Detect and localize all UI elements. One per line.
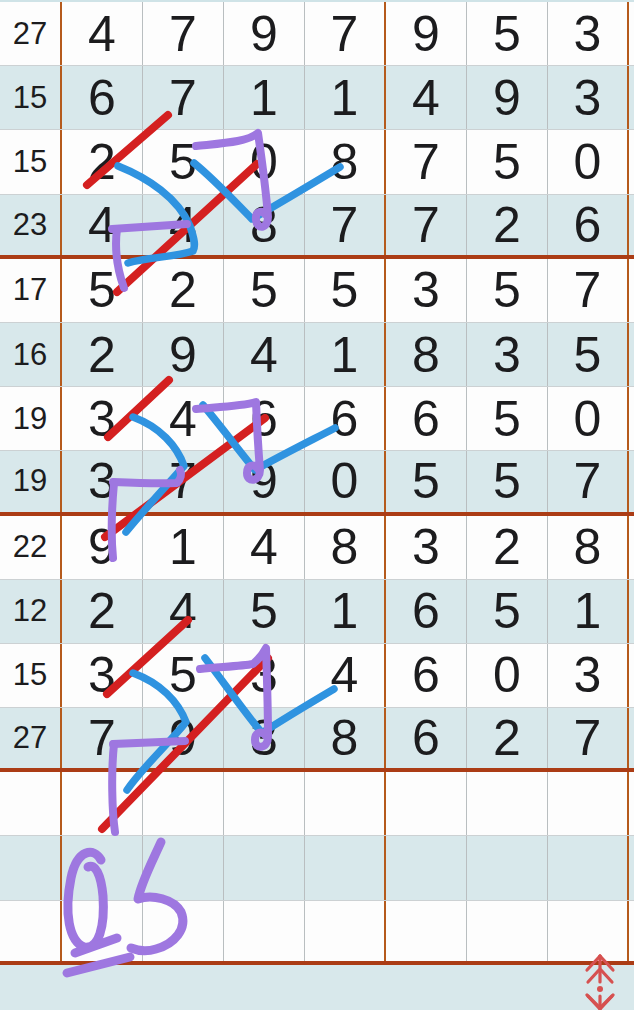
digit-cell: 5 (143, 644, 224, 707)
digit-cell: 2 (62, 130, 143, 193)
digit-cell: 7 (143, 66, 224, 129)
digit-cell: 2 (62, 580, 143, 643)
digit-cell: 2 (143, 259, 224, 322)
digit-cell: 3 (62, 644, 143, 707)
digit-cell: 2 (467, 195, 548, 255)
sum-cell (0, 836, 62, 899)
draw-row: 153534603 (0, 644, 634, 708)
digit-cell: 3 (224, 708, 305, 768)
digit-cell: 7 (548, 451, 629, 511)
digit-cell (467, 772, 548, 835)
digit-cell: 8 (305, 516, 386, 579)
digit-cell: 5 (548, 323, 629, 386)
digit-cell: 0 (224, 130, 305, 193)
digit-cell: 5 (467, 259, 548, 322)
digit-cell: 7 (386, 130, 467, 193)
row-filler (629, 580, 634, 643)
digit-cell: 5 (143, 130, 224, 193)
empty-row (0, 836, 634, 900)
digit-cell: 6 (62, 66, 143, 129)
digit-cell: 5 (305, 259, 386, 322)
draw-row: 274797953 (0, 2, 634, 66)
digit-cell: 9 (386, 2, 467, 65)
digit-cell (305, 901, 386, 961)
digit-cell: 4 (143, 580, 224, 643)
digit-cell (143, 836, 224, 899)
digit-cell: 0 (467, 644, 548, 707)
draw-row: 193466650 (0, 387, 634, 451)
digit-cell: 6 (224, 387, 305, 450)
sum-cell (0, 901, 62, 961)
sum-cell: 19 (0, 451, 62, 511)
digit-cell: 0 (548, 130, 629, 193)
digit-cell: 4 (386, 66, 467, 129)
empty-row (0, 901, 634, 965)
digit-cell: 8 (548, 516, 629, 579)
digit-cell: 3 (548, 66, 629, 129)
digit-cell: 4 (224, 323, 305, 386)
row-filler (629, 901, 634, 961)
draw-row: 175255357 (0, 259, 634, 323)
row-filler (629, 259, 634, 322)
digit-cell: 7 (62, 708, 143, 768)
digit-cell: 4 (224, 516, 305, 579)
digit-cell: 3 (467, 323, 548, 386)
digit-cell (467, 836, 548, 899)
sum-cell: 19 (0, 387, 62, 450)
digit-cell: 5 (386, 451, 467, 511)
digit-cell (224, 901, 305, 961)
digit-cell: 1 (305, 66, 386, 129)
digit-cell (548, 772, 629, 835)
digit-cell: 2 (467, 516, 548, 579)
row-filler (629, 2, 634, 65)
digit-cell: 8 (386, 323, 467, 386)
digit-cell: 7 (143, 451, 224, 511)
digit-cell: 6 (305, 387, 386, 450)
draw-row: 152508750 (0, 130, 634, 194)
digit-cell: 7 (548, 708, 629, 768)
digit-cell (224, 836, 305, 899)
digit-cell: 4 (62, 195, 143, 255)
digit-cell: 8 (224, 195, 305, 255)
digit-cell (62, 901, 143, 961)
digit-cell: 0 (305, 451, 386, 511)
digit-cell (386, 901, 467, 961)
digit-cell: 4 (143, 195, 224, 255)
digit-cell (62, 772, 143, 835)
digit-cell: 2 (467, 708, 548, 768)
row-filler (629, 708, 634, 768)
digit-cell (224, 772, 305, 835)
digit-cell: 5 (467, 387, 548, 450)
digit-cell: 7 (305, 195, 386, 255)
digit-cell: 3 (224, 644, 305, 707)
digit-cell: 1 (548, 580, 629, 643)
digit-cell: 3 (386, 516, 467, 579)
digit-cell: 9 (467, 66, 548, 129)
row-filler (629, 323, 634, 386)
digit-cell: 4 (62, 2, 143, 65)
sum-cell: 15 (0, 66, 62, 129)
digit-cell: 3 (386, 259, 467, 322)
digit-cell: 8 (305, 708, 386, 768)
digit-cell: 5 (224, 580, 305, 643)
bottom-band (0, 965, 634, 1010)
digit-cell: 6 (548, 195, 629, 255)
digit-cell (305, 836, 386, 899)
sum-cell: 15 (0, 644, 62, 707)
digit-cell: 5 (467, 451, 548, 511)
digit-cell: 9 (143, 708, 224, 768)
row-filler (629, 516, 634, 579)
digit-cell: 2 (62, 323, 143, 386)
sum-cell: 27 (0, 708, 62, 768)
digit-cell (143, 901, 224, 961)
digit-cell: 8 (305, 130, 386, 193)
draw-row: 229148328 (0, 516, 634, 580)
sum-cell: 12 (0, 580, 62, 643)
digit-cell: 6 (386, 708, 467, 768)
row-filler (629, 451, 634, 511)
digit-cell: 5 (224, 259, 305, 322)
sum-cell: 17 (0, 259, 62, 322)
digit-cell: 3 (62, 451, 143, 511)
digit-cell: 3 (62, 387, 143, 450)
draw-row: 277938627 (0, 708, 634, 772)
sum-cell: 16 (0, 323, 62, 386)
digit-cell: 6 (386, 644, 467, 707)
digit-cell: 7 (386, 195, 467, 255)
scroll-up-down-icon[interactable] (578, 952, 622, 1010)
digit-cell: 1 (305, 580, 386, 643)
digit-cell: 5 (467, 2, 548, 65)
row-filler (629, 644, 634, 707)
digit-cell: 4 (143, 387, 224, 450)
digit-cell: 6 (386, 580, 467, 643)
digit-cell: 3 (548, 2, 629, 65)
digit-cell (386, 772, 467, 835)
digit-cell: 7 (143, 2, 224, 65)
draw-row: 156711493 (0, 66, 634, 130)
digit-cell: 0 (548, 387, 629, 450)
row-filler (629, 836, 634, 899)
digit-cell (305, 772, 386, 835)
digit-cell (548, 836, 629, 899)
row-filler (629, 66, 634, 129)
digit-cell (386, 836, 467, 899)
sum-cell: 15 (0, 130, 62, 193)
digit-cell: 4 (305, 644, 386, 707)
digit-cell: 1 (305, 323, 386, 386)
digit-cell: 9 (143, 323, 224, 386)
digit-cell: 5 (62, 259, 143, 322)
row-filler (629, 195, 634, 255)
row-filler (629, 387, 634, 450)
sum-cell: 22 (0, 516, 62, 579)
digit-cell: 7 (305, 2, 386, 65)
digit-cell: 3 (548, 644, 629, 707)
draw-row: 193790557 (0, 451, 634, 515)
sum-cell (0, 772, 62, 835)
digit-cell: 1 (143, 516, 224, 579)
sum-cell: 23 (0, 195, 62, 255)
draw-row: 234487726 (0, 195, 634, 259)
row-filler (629, 772, 634, 835)
sum-cell: 27 (0, 2, 62, 65)
digit-cell: 6 (386, 387, 467, 450)
digit-cell: 9 (224, 451, 305, 511)
digit-cell: 1 (224, 66, 305, 129)
digit-cell (143, 772, 224, 835)
empty-row (0, 772, 634, 836)
digit-cell: 9 (62, 516, 143, 579)
draw-row: 122451651 (0, 580, 634, 644)
draw-row: 162941835 (0, 323, 634, 387)
number-grid: 2747979531567114931525087502344877261752… (0, 0, 634, 1010)
digit-cell: 9 (224, 2, 305, 65)
row-filler (629, 130, 634, 193)
digit-cell: 5 (467, 580, 548, 643)
digit-cell: 7 (548, 259, 629, 322)
digit-cell (62, 836, 143, 899)
digit-cell: 5 (467, 130, 548, 193)
digit-cell (467, 901, 548, 961)
